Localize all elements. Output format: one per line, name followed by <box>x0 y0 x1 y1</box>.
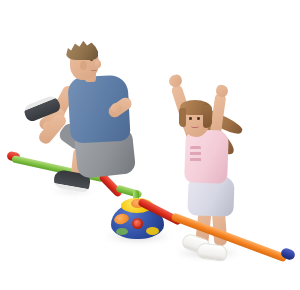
product-photo <box>0 0 300 290</box>
boy-nose <box>95 60 101 68</box>
boy-figure <box>0 0 300 290</box>
boy-ear <box>80 61 87 70</box>
boy-spiky-hair <box>66 40 98 60</box>
boy-mouth <box>91 68 97 71</box>
boy-hand-right <box>111 103 122 113</box>
